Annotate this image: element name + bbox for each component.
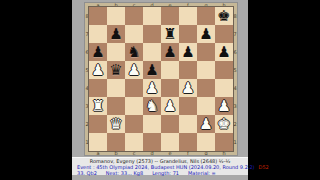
square-a4 xyxy=(89,79,107,97)
square-g5 xyxy=(197,61,215,79)
square-b4 xyxy=(107,79,125,97)
piece-black-knight: ♞ xyxy=(125,43,143,61)
square-f2 xyxy=(179,115,197,133)
square-b8 xyxy=(107,7,125,25)
coordinate-label: e xyxy=(161,151,179,155)
square-c1 xyxy=(125,133,143,151)
square-a6: ♟ xyxy=(89,43,107,61)
square-e5 xyxy=(161,61,179,79)
file-labels-bottom: abcdefgh xyxy=(89,151,233,155)
square-b5: ♛ xyxy=(107,61,125,79)
content-area: abcdefgh 87654321 ♚♟♜♟♟♞♟♟♟♟♛♟♟♟♟♜♞♟♟♛♟♚… xyxy=(72,0,248,180)
square-d4: ♟ xyxy=(143,79,161,97)
square-h4 xyxy=(215,79,233,97)
square-e4 xyxy=(161,79,179,97)
square-d3: ♞ xyxy=(143,97,161,115)
piece-black-king: ♚ xyxy=(215,7,233,25)
coordinate-label: h xyxy=(215,151,233,155)
square-c6: ♞ xyxy=(125,43,143,61)
piece-white-king: ♚ xyxy=(215,115,233,133)
square-h7 xyxy=(215,25,233,43)
piece-white-pawn: ♟ xyxy=(197,115,215,133)
eco-code: D52 xyxy=(259,164,269,170)
square-e8 xyxy=(161,7,179,25)
square-d6 xyxy=(143,43,161,61)
coordinate-label: c xyxy=(125,151,143,155)
coordinate-label: f xyxy=(179,151,197,155)
piece-black-pawn: ♟ xyxy=(179,43,197,61)
square-d8 xyxy=(143,7,161,25)
square-h1 xyxy=(215,133,233,151)
square-e1 xyxy=(161,133,179,151)
piece-black-pawn: ♟ xyxy=(215,43,233,61)
square-c3 xyxy=(125,97,143,115)
square-f4: ♟ xyxy=(179,79,197,97)
square-f3 xyxy=(179,97,197,115)
video-frame: abcdefgh 87654321 ♚♟♜♟♟♞♟♟♟♟♛♟♟♟♟♜♞♟♟♛♟♚… xyxy=(0,0,320,180)
piece-black-pawn: ♟ xyxy=(143,61,161,79)
square-d7 xyxy=(143,25,161,43)
square-b7: ♟ xyxy=(107,25,125,43)
piece-black-pawn: ♟ xyxy=(107,25,125,43)
piece-white-rook: ♜ xyxy=(89,97,107,115)
coordinate-label: b xyxy=(107,151,125,155)
square-c8 xyxy=(125,7,143,25)
square-g2: ♟ xyxy=(197,115,215,133)
square-e7: ♜ xyxy=(161,25,179,43)
coordinate-label: 3 xyxy=(233,97,237,115)
coordinate-label: 1 xyxy=(233,133,237,151)
coordinate-label: g xyxy=(197,151,215,155)
piece-white-pawn: ♟ xyxy=(125,61,143,79)
game-length: Length: 71 xyxy=(152,171,179,176)
piece-black-queen: ♛ xyxy=(107,61,125,79)
square-c7 xyxy=(125,25,143,43)
piece-white-pawn: ♟ xyxy=(143,79,161,97)
chess-board-frame: abcdefgh 87654321 ♚♟♜♟♟♞♟♟♟♟♛♟♟♟♟♜♞♟♟♛♟♚… xyxy=(85,3,237,155)
square-f5 xyxy=(179,61,197,79)
move-info-line: 33. Qb2 Next: 33... Kg8 Length: 71 Mater… xyxy=(72,171,248,176)
square-a1 xyxy=(89,133,107,151)
square-e3: ♟ xyxy=(161,97,179,115)
square-h5 xyxy=(215,61,233,79)
coordinate-label: 5 xyxy=(233,61,237,79)
square-f7 xyxy=(179,25,197,43)
square-h2: ♚ xyxy=(215,115,233,133)
coordinate-label: 4 xyxy=(233,79,237,97)
chess-board: ♚♟♜♟♟♞♟♟♟♟♛♟♟♟♟♜♞♟♟♛♟♚ xyxy=(89,7,233,151)
piece-white-pawn: ♟ xyxy=(215,97,233,115)
piece-black-rook: ♜ xyxy=(161,25,179,43)
square-f1 xyxy=(179,133,197,151)
coordinate-label: d xyxy=(143,151,161,155)
rank-labels-right: 87654321 xyxy=(233,7,237,151)
square-c2 xyxy=(125,115,143,133)
square-g3 xyxy=(197,97,215,115)
square-b3 xyxy=(107,97,125,115)
square-h8: ♚ xyxy=(215,7,233,25)
next-move: Next: 33... Kg8 xyxy=(106,171,143,176)
coordinate-label: 6 xyxy=(233,43,237,61)
square-h6: ♟ xyxy=(215,43,233,61)
square-c4 xyxy=(125,79,143,97)
square-g1 xyxy=(197,133,215,151)
square-a2 xyxy=(89,115,107,133)
square-g4 xyxy=(197,79,215,97)
square-h3: ♟ xyxy=(215,97,233,115)
square-a7 xyxy=(89,25,107,43)
square-a3: ♜ xyxy=(89,97,107,115)
square-d1 xyxy=(143,133,161,151)
square-d2 xyxy=(143,115,161,133)
piece-white-queen: ♛ xyxy=(107,115,125,133)
square-g6 xyxy=(197,43,215,61)
square-c5: ♟ xyxy=(125,61,143,79)
piece-black-pawn: ♟ xyxy=(197,25,215,43)
caption-panel: Romanov, Evgeny (2573) -- Grandelius, Ni… xyxy=(72,157,248,175)
material-balance: Material: = xyxy=(188,171,216,176)
square-b1 xyxy=(107,133,125,151)
square-e6: ♟ xyxy=(161,43,179,61)
piece-white-pawn: ♟ xyxy=(89,61,107,79)
coordinate-label: 8 xyxy=(233,7,237,25)
piece-black-pawn: ♟ xyxy=(161,43,179,61)
piece-white-pawn: ♟ xyxy=(179,79,197,97)
square-a8 xyxy=(89,7,107,25)
square-a5: ♟ xyxy=(89,61,107,79)
square-e2 xyxy=(161,115,179,133)
square-d5: ♟ xyxy=(143,61,161,79)
piece-white-knight: ♞ xyxy=(143,97,161,115)
square-b6 xyxy=(107,43,125,61)
coordinate-label: 2 xyxy=(233,115,237,133)
square-b2: ♛ xyxy=(107,115,125,133)
piece-white-pawn: ♟ xyxy=(161,97,179,115)
square-g7: ♟ xyxy=(197,25,215,43)
move-played: 33. Qb2 xyxy=(77,171,97,176)
square-f8 xyxy=(179,7,197,25)
coordinate-label: a xyxy=(89,151,107,155)
coordinate-label: 7 xyxy=(233,25,237,43)
square-g8 xyxy=(197,7,215,25)
piece-black-pawn: ♟ xyxy=(89,43,107,61)
square-f6: ♟ xyxy=(179,43,197,61)
